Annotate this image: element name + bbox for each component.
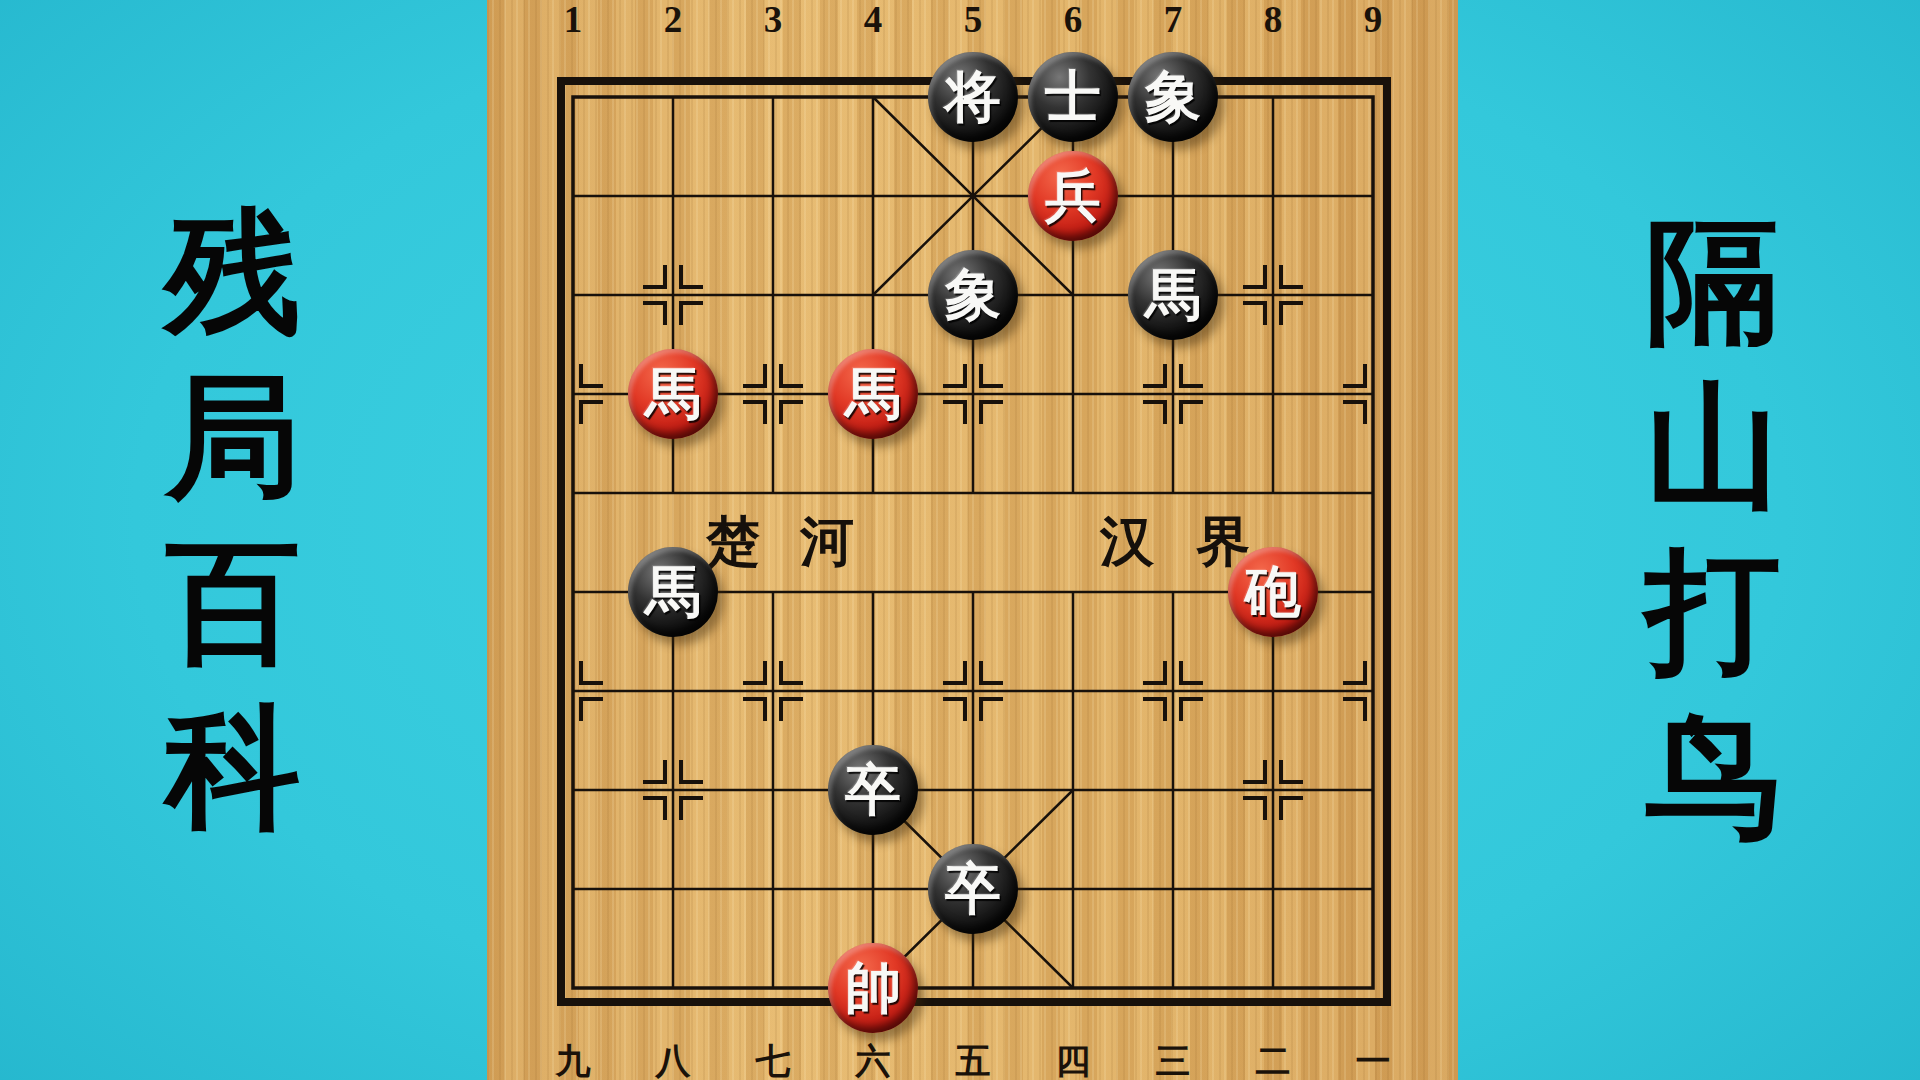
- right-banner-char: 隔: [1638, 214, 1788, 349]
- river-char: 汉: [1095, 512, 1159, 574]
- right-banner: 隔 山 打 鸟: [1638, 214, 1788, 844]
- piece-red-砲-f8r6[interactable]: 砲: [1228, 547, 1318, 637]
- piece-glyph: 砲: [1245, 564, 1301, 620]
- piece-black-卒-f4r8[interactable]: 卒: [828, 745, 918, 835]
- left-banner: 残 局 百 科: [158, 205, 308, 835]
- file-label-bottom: 七: [751, 1040, 795, 1080]
- piece-glyph: 卒: [945, 861, 1001, 917]
- piece-red-馬-f4r4[interactable]: 馬: [828, 349, 918, 439]
- piece-glyph: 士: [1045, 69, 1101, 125]
- piece-glyph: 馬: [845, 366, 901, 422]
- piece-red-兵-f6r2[interactable]: 兵: [1028, 151, 1118, 241]
- file-label-top: 4: [851, 0, 895, 40]
- file-label-bottom: 三: [1151, 1040, 1195, 1080]
- piece-glyph: 象: [1145, 69, 1201, 125]
- piece-glyph: 卒: [845, 762, 901, 818]
- file-label-bottom: 九: [551, 1040, 595, 1080]
- piece-black-士-f6r1[interactable]: 士: [1028, 52, 1118, 142]
- piece-black-馬-f2r6[interactable]: 馬: [628, 547, 718, 637]
- piece-black-象-f7r1[interactable]: 象: [1128, 52, 1218, 142]
- piece-black-将-f5r1[interactable]: 将: [928, 52, 1018, 142]
- file-label-bottom: 六: [851, 1040, 895, 1080]
- file-label-top: 8: [1251, 0, 1295, 40]
- bottom-coordinates: 九八七六五四三二一: [487, 1040, 1458, 1080]
- left-banner-char: 残: [158, 205, 308, 340]
- piece-glyph: 馬: [645, 366, 701, 422]
- piece-glyph: 象: [945, 267, 1001, 323]
- piece-glyph: 兵: [1045, 168, 1101, 224]
- right-banner-char: 打: [1638, 544, 1788, 679]
- file-label-top: 2: [651, 0, 695, 40]
- left-banner-char: 百: [158, 535, 308, 670]
- xiangqi-board[interactable]: 123456789 九八七六五四三二一 楚 河 汉 界 将士象兵象馬馬馬馬砲卒卒…: [487, 0, 1458, 1080]
- piece-glyph: 馬: [645, 564, 701, 620]
- file-label-top: 7: [1151, 0, 1195, 40]
- file-label-top: 3: [751, 0, 795, 40]
- file-label-top: 6: [1051, 0, 1095, 40]
- piece-black-馬-f7r3[interactable]: 馬: [1128, 250, 1218, 340]
- piece-black-卒-f5r9[interactable]: 卒: [928, 844, 1018, 934]
- file-label-top: 1: [551, 0, 595, 40]
- top-coordinates: 123456789: [487, 0, 1458, 40]
- piece-glyph: 将: [945, 69, 1001, 125]
- file-label-bottom: 一: [1351, 1040, 1395, 1080]
- file-label-bottom: 二: [1251, 1040, 1295, 1080]
- piece-red-馬-f2r4[interactable]: 馬: [628, 349, 718, 439]
- file-label-bottom: 五: [951, 1040, 995, 1080]
- piece-black-象-f5r3[interactable]: 象: [928, 250, 1018, 340]
- right-banner-char: 鸟: [1638, 709, 1788, 844]
- river-char: 河: [795, 512, 859, 574]
- file-label-bottom: 八: [651, 1040, 695, 1080]
- piece-glyph: 帥: [845, 960, 901, 1016]
- file-label-bottom: 四: [1051, 1040, 1095, 1080]
- right-banner-char: 山: [1638, 379, 1788, 514]
- piece-red-帥-f4r10[interactable]: 帥: [828, 943, 918, 1033]
- piece-glyph: 馬: [1145, 267, 1201, 323]
- left-banner-char: 局: [158, 370, 308, 505]
- file-label-top: 5: [951, 0, 995, 40]
- stage: 残 局 百 科: [0, 0, 1920, 1080]
- river-char: 楚: [701, 512, 765, 574]
- file-label-top: 9: [1351, 0, 1395, 40]
- left-banner-char: 科: [158, 700, 308, 835]
